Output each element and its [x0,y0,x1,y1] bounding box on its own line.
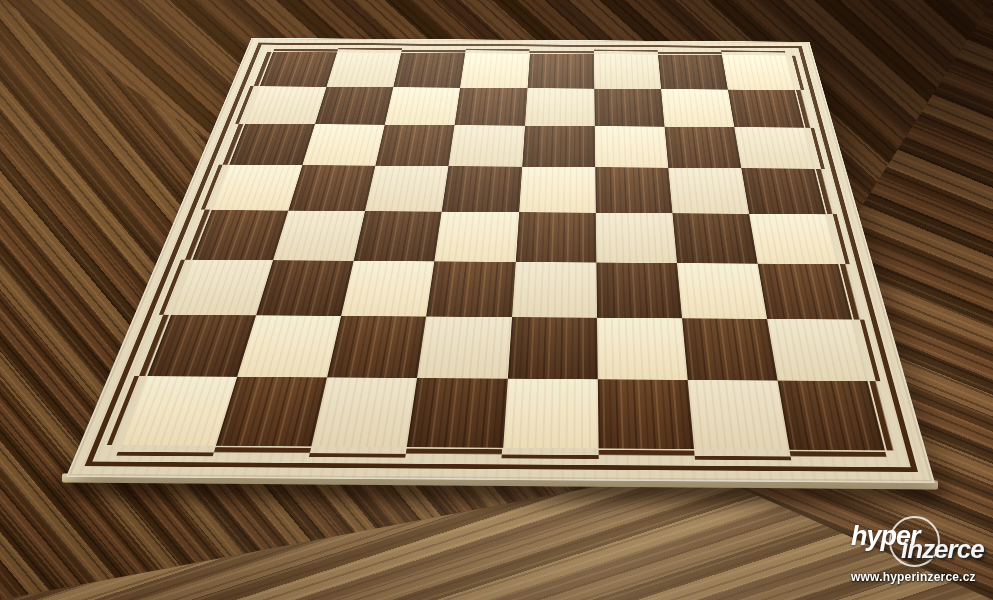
square [515,212,596,262]
square [677,263,767,319]
square [658,55,728,90]
square [734,127,814,169]
square [212,165,303,211]
square [460,53,529,88]
watermark-brand-bottom: inzerce [901,534,984,565]
square [722,55,795,90]
square [426,261,515,317]
square [594,89,664,127]
square [273,210,365,260]
square [597,318,688,380]
square [749,214,838,264]
square [594,54,661,89]
square [193,210,289,260]
square [327,316,426,378]
square [256,260,354,316]
square [512,262,597,318]
square [341,261,434,317]
square [289,165,376,211]
square [661,89,734,127]
square [417,316,511,378]
square [682,318,778,380]
square [312,377,418,447]
square [327,52,402,87]
square [245,86,326,124]
square [385,87,460,125]
square [393,53,465,88]
square [595,167,672,213]
square [315,87,393,125]
square [237,315,341,377]
square [728,90,804,128]
square [758,263,853,319]
square [435,211,519,261]
square [668,168,749,214]
square [376,125,455,167]
square [229,124,315,165]
square [597,379,693,449]
square [741,168,825,214]
square [595,126,669,168]
square [302,124,384,166]
square [596,262,682,318]
square [664,127,741,169]
square [449,125,525,167]
square [519,167,596,213]
square [522,126,595,168]
square [260,52,337,87]
square [687,380,789,450]
photo-scene: hyper inzerce www.hyperinzerce.cz [0,0,993,600]
square [442,166,522,212]
square [527,54,594,89]
square [354,211,442,261]
playing-field [121,52,885,450]
square [365,166,448,212]
square [596,213,677,263]
watermark-url: www.hyperinzerce.cz [851,570,976,584]
square [672,213,757,263]
square [525,88,595,126]
square [407,378,507,448]
square [503,379,599,449]
square [778,380,885,450]
square [507,317,597,379]
square [455,88,527,126]
square [767,319,868,381]
